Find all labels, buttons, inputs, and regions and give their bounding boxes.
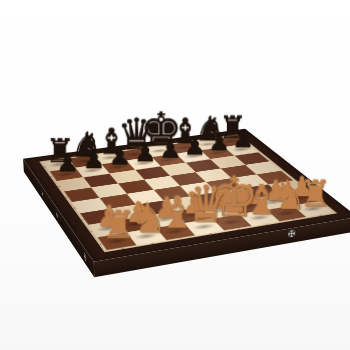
rank-label-4: 4 [72, 207, 76, 209]
clasp-icon: ✠ [84, 251, 87, 263]
black-pawn-d7: ♟ [134, 140, 156, 165]
black-pawn-e7: ♟ [159, 137, 181, 162]
clasp-icon: ✠ [288, 229, 296, 239]
black-pawn-g7: ♟ [208, 130, 230, 154]
product-photo-stage: ✠ ✠ ♜♞♝♛♚♝♞♜♟♟♟♟♟♟♟♟♟♟♟♟♟♟♟♟♜♞♝♛♚♝♞♜ abc… [0, 0, 350, 350]
black-pawn-h7: ♟ [232, 127, 254, 151]
chess-board: ✠ ✠ ♜♞♝♛♚♝♞♜♟♟♟♟♟♟♟♟♟♟♟♟♟♟♟♟♜♞♝♛♚♝♞♜ abc… [23, 129, 350, 262]
rank-label-5: 5 [64, 196, 68, 198]
black-pawn-c7: ♟ [109, 144, 131, 169]
hinge-icon [42, 191, 43, 196]
black-pawn-f7: ♟ [184, 134, 206, 158]
rank-label-7: 7 [50, 176, 54, 177]
white-rook-a1: ♜ [102, 205, 136, 243]
black-pawn-a7: ♟ [56, 151, 79, 176]
black-pawn-b7: ♟ [83, 147, 106, 172]
hinge-icon [56, 213, 57, 218]
